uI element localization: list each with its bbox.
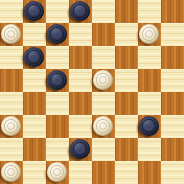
square-h6[interactable]: [161, 46, 184, 69]
square-h8[interactable]: [161, 0, 184, 23]
square-b8[interactable]: ⛂: [23, 0, 46, 23]
square-d3: [69, 115, 92, 138]
square-g7[interactable]: ⛀: [138, 23, 161, 46]
square-g3[interactable]: ⛂: [138, 115, 161, 138]
square-f5: [115, 69, 138, 92]
square-f7: [115, 23, 138, 46]
square-c4: [46, 92, 69, 115]
white-man[interactable]: ⛀: [93, 116, 113, 136]
white-man[interactable]: ⛀: [1, 24, 21, 44]
square-c3[interactable]: [46, 115, 69, 138]
black-man[interactable]: ⛂: [47, 70, 67, 90]
square-d4[interactable]: [69, 92, 92, 115]
square-c1[interactable]: ⛀: [46, 161, 69, 184]
white-man[interactable]: ⛀: [1, 116, 21, 136]
square-a6: [0, 46, 23, 69]
square-f6[interactable]: [115, 46, 138, 69]
square-d8[interactable]: ⛂: [69, 0, 92, 23]
square-h3: [161, 115, 184, 138]
square-e2: [92, 138, 115, 161]
square-h2[interactable]: [161, 138, 184, 161]
square-f1: [115, 161, 138, 184]
square-b7: [23, 23, 46, 46]
square-c7[interactable]: ⛂: [46, 23, 69, 46]
square-e4: [92, 92, 115, 115]
square-f8[interactable]: [115, 0, 138, 23]
square-g4: [138, 92, 161, 115]
white-man[interactable]: ⛀: [1, 162, 21, 182]
black-man[interactable]: ⛂: [24, 1, 44, 21]
square-e5[interactable]: ⛀: [92, 69, 115, 92]
square-h5: [161, 69, 184, 92]
black-man[interactable]: ⛂: [47, 24, 67, 44]
square-e1[interactable]: [92, 161, 115, 184]
square-a7[interactable]: ⛀: [0, 23, 23, 46]
checkers-board: ⛂⛂⛀⛂⛀⛂⛂⛀⛀⛀⛂⛂⛀⛀: [0, 0, 184, 184]
square-h4[interactable]: [161, 92, 184, 115]
square-g5[interactable]: [138, 69, 161, 92]
square-d2[interactable]: ⛂: [69, 138, 92, 161]
square-d5: [69, 69, 92, 92]
square-d7: [69, 23, 92, 46]
white-man[interactable]: ⛀: [47, 162, 67, 182]
square-c8: [46, 0, 69, 23]
square-a8: [0, 0, 23, 23]
square-g6: [138, 46, 161, 69]
square-c2: [46, 138, 69, 161]
square-d1: [69, 161, 92, 184]
black-man[interactable]: ⛂: [139, 116, 159, 136]
square-b1: [23, 161, 46, 184]
square-g8: [138, 0, 161, 23]
square-a2: [0, 138, 23, 161]
square-g1[interactable]: [138, 161, 161, 184]
square-f4[interactable]: [115, 92, 138, 115]
black-man[interactable]: ⛂: [70, 1, 90, 21]
square-g2: [138, 138, 161, 161]
square-e6: [92, 46, 115, 69]
square-h1: [161, 161, 184, 184]
square-b3: [23, 115, 46, 138]
square-b6[interactable]: ⛂: [23, 46, 46, 69]
square-a1[interactable]: ⛀: [0, 161, 23, 184]
black-man[interactable]: ⛂: [24, 47, 44, 67]
square-e7[interactable]: [92, 23, 115, 46]
square-c6: [46, 46, 69, 69]
square-e3[interactable]: ⛀: [92, 115, 115, 138]
square-e8: [92, 0, 115, 23]
square-a4: [0, 92, 23, 115]
square-b4[interactable]: [23, 92, 46, 115]
square-c5[interactable]: ⛂: [46, 69, 69, 92]
square-b5: [23, 69, 46, 92]
square-a5[interactable]: [0, 69, 23, 92]
square-h7: [161, 23, 184, 46]
square-b2[interactable]: [23, 138, 46, 161]
square-f2[interactable]: [115, 138, 138, 161]
black-man[interactable]: ⛂: [70, 139, 90, 159]
white-man[interactable]: ⛀: [93, 70, 113, 90]
white-man[interactable]: ⛀: [139, 24, 159, 44]
square-d6[interactable]: [69, 46, 92, 69]
square-a3[interactable]: ⛀: [0, 115, 23, 138]
square-f3: [115, 115, 138, 138]
